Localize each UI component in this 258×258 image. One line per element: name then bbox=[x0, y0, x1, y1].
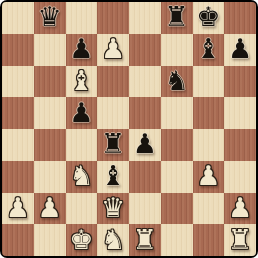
square-f1[interactable] bbox=[161, 224, 193, 256]
square-c4[interactable] bbox=[66, 129, 98, 161]
chess-board: ♛♜♚♟♟♝♟♝♞♟♜♟♞♝♟♟♟♛♟♚♞♜♜ bbox=[2, 2, 256, 256]
square-b8[interactable]: ♛ bbox=[34, 2, 66, 34]
square-a5[interactable] bbox=[2, 97, 34, 129]
square-d5[interactable] bbox=[97, 97, 129, 129]
piece-black-rook[interactable]: ♜ bbox=[165, 3, 189, 30]
square-b7[interactable] bbox=[34, 34, 66, 66]
square-f6[interactable]: ♞ bbox=[161, 66, 193, 98]
square-g6[interactable] bbox=[193, 66, 225, 98]
piece-black-pawn[interactable]: ♟ bbox=[133, 130, 157, 157]
square-g4[interactable] bbox=[193, 129, 225, 161]
square-a2[interactable]: ♟ bbox=[2, 193, 34, 225]
square-a1[interactable] bbox=[2, 224, 34, 256]
square-e6[interactable] bbox=[129, 66, 161, 98]
piece-black-bishop[interactable]: ♝ bbox=[196, 35, 220, 62]
square-g1[interactable] bbox=[193, 224, 225, 256]
square-b2[interactable]: ♟ bbox=[34, 193, 66, 225]
square-h2[interactable]: ♟ bbox=[224, 193, 256, 225]
piece-white-rook[interactable]: ♜ bbox=[228, 226, 252, 253]
square-d4[interactable]: ♜ bbox=[97, 129, 129, 161]
square-a7[interactable] bbox=[2, 34, 34, 66]
piece-white-pawn[interactable]: ♟ bbox=[38, 194, 62, 221]
piece-white-knight[interactable]: ♞ bbox=[101, 226, 125, 253]
square-a6[interactable] bbox=[2, 66, 34, 98]
square-h1[interactable]: ♜ bbox=[224, 224, 256, 256]
square-e2[interactable] bbox=[129, 193, 161, 225]
square-f4[interactable] bbox=[161, 129, 193, 161]
square-f5[interactable] bbox=[161, 97, 193, 129]
square-h8[interactable] bbox=[224, 2, 256, 34]
square-c3[interactable]: ♞ bbox=[66, 161, 98, 193]
square-e7[interactable] bbox=[129, 34, 161, 66]
piece-white-pawn[interactable]: ♟ bbox=[196, 162, 220, 189]
square-b5[interactable] bbox=[34, 97, 66, 129]
square-c5[interactable]: ♟ bbox=[66, 97, 98, 129]
square-b6[interactable] bbox=[34, 66, 66, 98]
piece-white-pawn[interactable]: ♟ bbox=[101, 35, 125, 62]
square-a8[interactable] bbox=[2, 2, 34, 34]
square-d3[interactable]: ♝ bbox=[97, 161, 129, 193]
piece-black-rook[interactable]: ♜ bbox=[101, 130, 125, 157]
square-e1[interactable]: ♜ bbox=[129, 224, 161, 256]
square-c1[interactable]: ♚ bbox=[66, 224, 98, 256]
chess-board-frame: ♛♜♚♟♟♝♟♝♞♟♜♟♞♝♟♟♟♛♟♚♞♜♜ bbox=[0, 0, 258, 258]
square-b4[interactable] bbox=[34, 129, 66, 161]
square-g8[interactable]: ♚ bbox=[193, 2, 225, 34]
square-e5[interactable] bbox=[129, 97, 161, 129]
piece-white-pawn[interactable]: ♟ bbox=[228, 194, 252, 221]
square-d6[interactable] bbox=[97, 66, 129, 98]
square-d8[interactable] bbox=[97, 2, 129, 34]
piece-white-bishop[interactable]: ♝ bbox=[69, 67, 93, 94]
square-b1[interactable] bbox=[34, 224, 66, 256]
piece-white-knight[interactable]: ♞ bbox=[69, 162, 93, 189]
square-c8[interactable] bbox=[66, 2, 98, 34]
square-c6[interactable]: ♝ bbox=[66, 66, 98, 98]
square-a3[interactable] bbox=[2, 161, 34, 193]
piece-black-queen[interactable]: ♛ bbox=[38, 3, 62, 30]
square-h3[interactable] bbox=[224, 161, 256, 193]
square-e3[interactable] bbox=[129, 161, 161, 193]
piece-white-pawn[interactable]: ♟ bbox=[6, 194, 30, 221]
square-d7[interactable]: ♟ bbox=[97, 34, 129, 66]
piece-white-king[interactable]: ♚ bbox=[69, 226, 93, 253]
square-f8[interactable]: ♜ bbox=[161, 2, 193, 34]
square-c7[interactable]: ♟ bbox=[66, 34, 98, 66]
square-h7[interactable]: ♟ bbox=[224, 34, 256, 66]
square-f2[interactable] bbox=[161, 193, 193, 225]
piece-black-pawn[interactable]: ♟ bbox=[228, 35, 252, 62]
square-g2[interactable] bbox=[193, 193, 225, 225]
square-g7[interactable]: ♝ bbox=[193, 34, 225, 66]
piece-white-queen[interactable]: ♛ bbox=[101, 194, 125, 221]
square-h5[interactable] bbox=[224, 97, 256, 129]
square-d1[interactable]: ♞ bbox=[97, 224, 129, 256]
square-e4[interactable]: ♟ bbox=[129, 129, 161, 161]
piece-black-bishop[interactable]: ♝ bbox=[101, 162, 125, 189]
square-h4[interactable] bbox=[224, 129, 256, 161]
square-f7[interactable] bbox=[161, 34, 193, 66]
square-c2[interactable] bbox=[66, 193, 98, 225]
square-e8[interactable] bbox=[129, 2, 161, 34]
square-b3[interactable] bbox=[34, 161, 66, 193]
square-g5[interactable] bbox=[193, 97, 225, 129]
square-g3[interactable]: ♟ bbox=[193, 161, 225, 193]
piece-white-rook[interactable]: ♜ bbox=[133, 226, 157, 253]
piece-black-pawn[interactable]: ♟ bbox=[69, 99, 93, 126]
piece-black-king[interactable]: ♚ bbox=[196, 3, 220, 30]
square-h6[interactable] bbox=[224, 66, 256, 98]
square-a4[interactable] bbox=[2, 129, 34, 161]
square-f3[interactable] bbox=[161, 161, 193, 193]
piece-black-knight[interactable]: ♞ bbox=[165, 67, 189, 94]
square-d2[interactable]: ♛ bbox=[97, 193, 129, 225]
piece-black-pawn[interactable]: ♟ bbox=[69, 35, 93, 62]
